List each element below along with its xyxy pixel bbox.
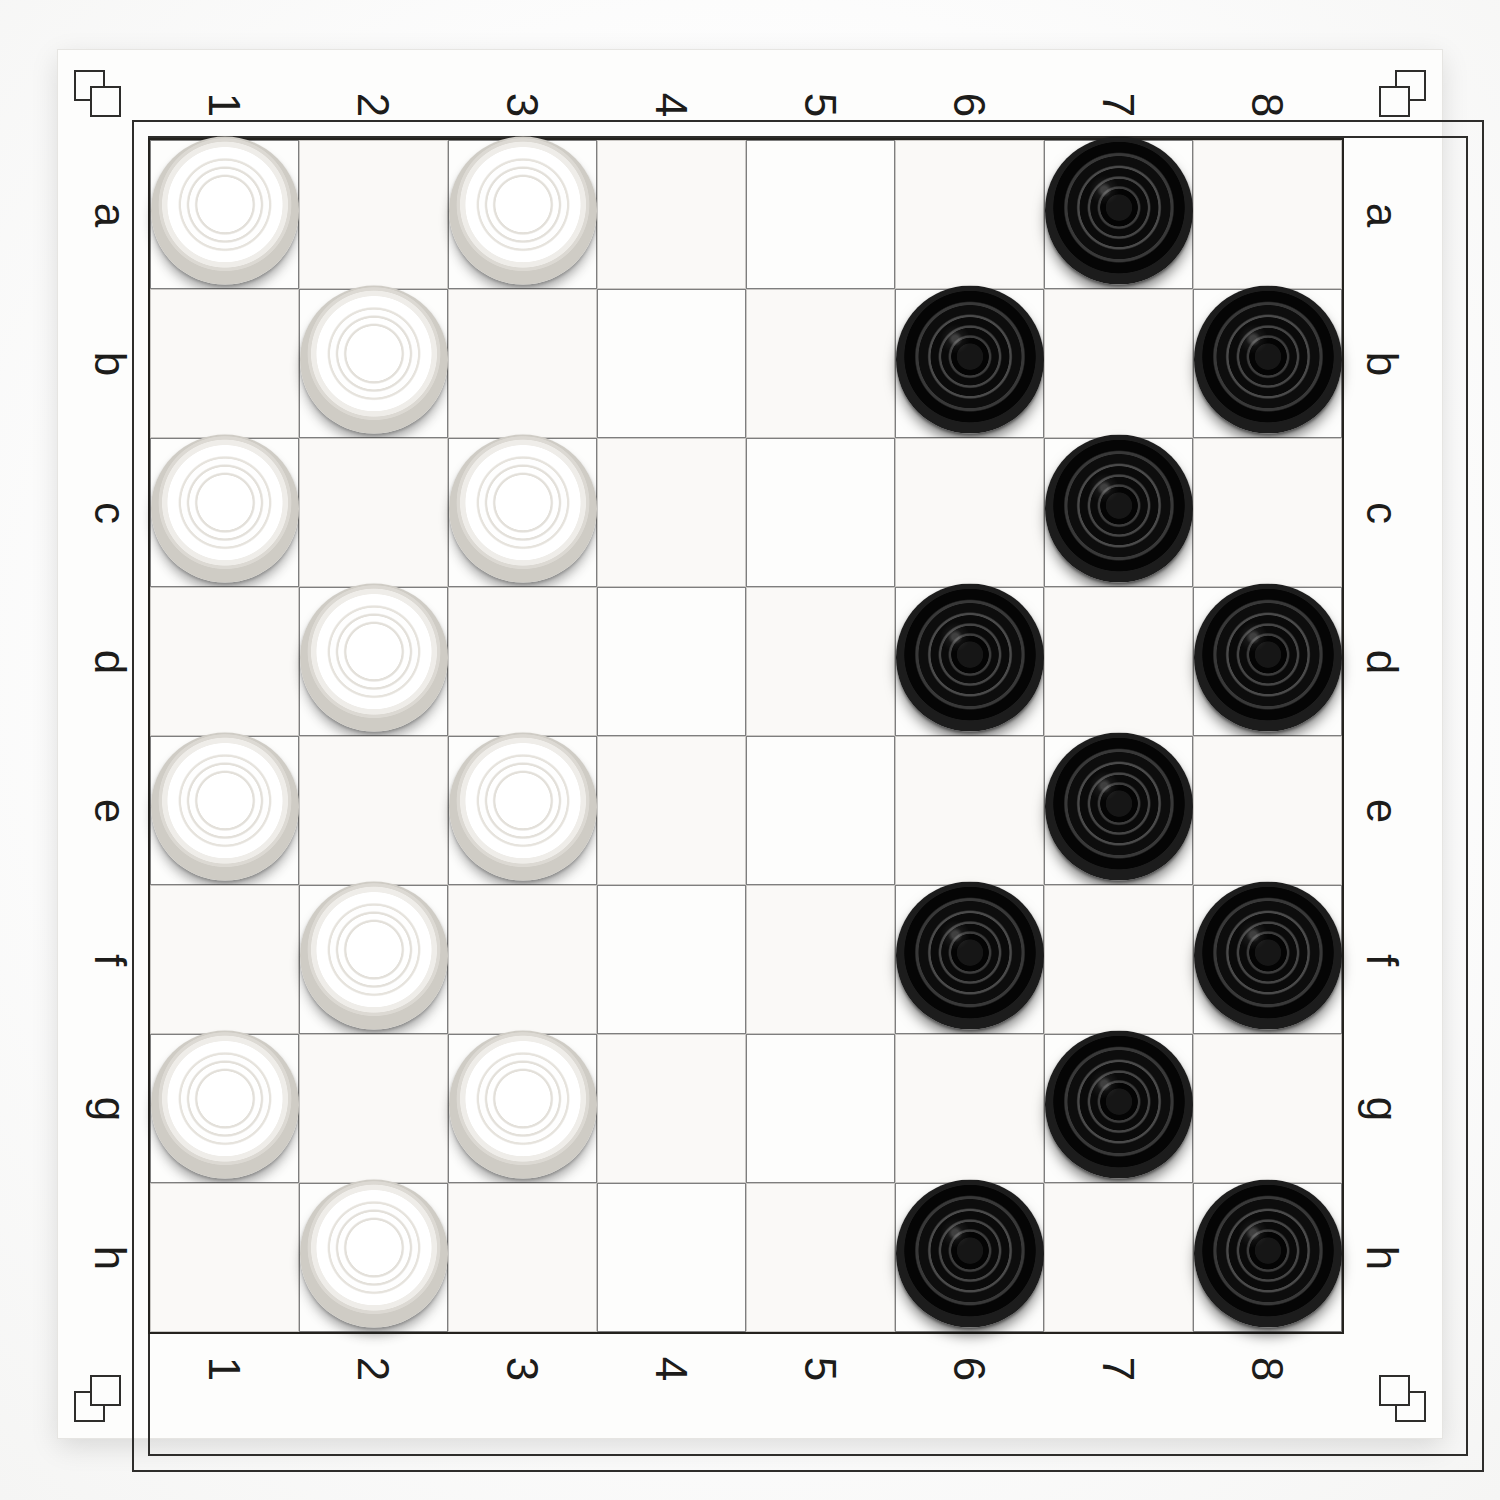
black-checker-g7[interactable] (1045, 1030, 1193, 1178)
col-label-bottom-8: 8 (1245, 1357, 1289, 1381)
col-label-top-8-cell: 8 (1193, 76, 1342, 134)
square-d5[interactable] (746, 587, 895, 736)
col-label-bottom-2: 2 (351, 1357, 395, 1381)
square-g1[interactable] (150, 1034, 299, 1183)
square-c1[interactable] (150, 438, 299, 587)
col-label-bottom-5-cell: 5 (746, 1340, 895, 1398)
col-label-top-6: 6 (947, 93, 991, 117)
square-f1[interactable] (150, 885, 299, 1034)
square-b6[interactable] (895, 289, 1044, 438)
row-labels-right: abcdefgh (1350, 140, 1414, 1332)
black-checker-e7[interactable] (1045, 732, 1193, 880)
white-checker-c1[interactable] (151, 434, 299, 582)
row-label-left-d: d (88, 649, 132, 673)
col-label-bottom-7: 7 (1096, 1357, 1140, 1381)
square-e5[interactable] (746, 736, 895, 885)
black-checker-d8[interactable] (1194, 583, 1342, 731)
col-label-top-3: 3 (500, 93, 544, 117)
col-label-top-3-cell: 3 (448, 76, 597, 134)
black-checker-h8[interactable] (1194, 1179, 1342, 1327)
col-label-top-6-cell: 6 (895, 76, 1044, 134)
square-g8[interactable] (1193, 1034, 1342, 1183)
black-checker-d6[interactable] (896, 583, 1044, 731)
col-label-bottom-6-cell: 6 (895, 1340, 1044, 1398)
row-label-right-e-cell: e (1350, 736, 1414, 885)
row-label-left-b: b (88, 351, 132, 375)
col-label-top-7: 7 (1096, 93, 1140, 117)
square-b7[interactable] (1044, 289, 1193, 438)
black-checker-b8[interactable] (1194, 285, 1342, 433)
square-d7[interactable] (1044, 587, 1193, 736)
square-a5[interactable] (746, 140, 895, 289)
corner-motif-square (1379, 86, 1410, 117)
row-label-left-e-cell: e (78, 736, 142, 885)
row-label-right-f-cell: f (1350, 885, 1414, 1034)
square-g6[interactable] (895, 1034, 1044, 1183)
row-label-left-c: c (88, 502, 132, 524)
row-label-left-a-cell: a (78, 140, 142, 289)
corner-motif-square (90, 86, 121, 117)
square-h3[interactable] (448, 1183, 597, 1332)
square-d4[interactable] (597, 587, 746, 736)
white-checker-g3[interactable] (449, 1030, 597, 1178)
row-labels-left: abcdefgh (78, 140, 142, 1332)
black-checker-a7[interactable] (1045, 136, 1193, 284)
square-c6[interactable] (895, 438, 1044, 587)
col-label-top-1: 1 (202, 93, 246, 117)
col-label-top-8: 8 (1245, 93, 1289, 117)
column-labels-bottom: 12345678 (150, 1340, 1342, 1398)
square-d6[interactable] (895, 587, 1044, 736)
row-label-left-g-cell: g (78, 1034, 142, 1183)
square-a3[interactable] (448, 140, 597, 289)
square-b5[interactable] (746, 289, 895, 438)
column-labels-top: 12345678 (150, 76, 1342, 134)
white-checker-c3[interactable] (449, 434, 597, 582)
corner-motif-square (90, 1375, 121, 1406)
white-checker-a3[interactable] (449, 136, 597, 284)
row-label-right-a: a (1360, 202, 1404, 226)
row-label-left-c-cell: c (78, 438, 142, 587)
row-label-right-c: c (1360, 502, 1404, 524)
black-checker-c7[interactable] (1045, 434, 1193, 582)
square-h4[interactable] (597, 1183, 746, 1332)
row-label-right-g-cell: g (1350, 1034, 1414, 1183)
row-label-left-f-cell: f (78, 885, 142, 1034)
square-f3[interactable] (448, 885, 597, 1034)
white-checker-b2[interactable] (300, 285, 448, 433)
row-label-right-b-cell: b (1350, 289, 1414, 438)
square-h5[interactable] (746, 1183, 895, 1332)
row-label-left-a: a (88, 202, 132, 226)
square-b8[interactable] (1193, 289, 1342, 438)
col-label-top-5-cell: 5 (746, 76, 895, 134)
col-label-top-2-cell: 2 (299, 76, 448, 134)
square-f5[interactable] (746, 885, 895, 1034)
square-b2[interactable] (299, 289, 448, 438)
row-label-left-h: h (88, 1245, 132, 1269)
square-a7[interactable] (1044, 140, 1193, 289)
square-c3[interactable] (448, 438, 597, 587)
square-d1[interactable] (150, 587, 299, 736)
col-label-bottom-1-cell: 1 (150, 1340, 299, 1398)
square-a1[interactable] (150, 140, 299, 289)
square-b4[interactable] (597, 289, 746, 438)
square-f4[interactable] (597, 885, 746, 1034)
square-c8[interactable] (1193, 438, 1342, 587)
col-label-bottom-2-cell: 2 (299, 1340, 448, 1398)
square-f7[interactable] (1044, 885, 1193, 1034)
col-label-bottom-8-cell: 8 (1193, 1340, 1342, 1398)
square-d8[interactable] (1193, 587, 1342, 736)
row-label-left-g: g (88, 1096, 132, 1120)
square-g3[interactable] (448, 1034, 597, 1183)
white-checker-h2[interactable] (300, 1179, 448, 1327)
row-label-right-h-cell: h (1350, 1183, 1414, 1332)
checkers-board (148, 138, 1344, 1334)
row-label-right-c-cell: c (1350, 438, 1414, 587)
col-label-top-7-cell: 7 (1044, 76, 1193, 134)
row-label-right-e: e (1360, 798, 1404, 822)
square-h6[interactable] (895, 1183, 1044, 1332)
col-label-top-2: 2 (351, 93, 395, 117)
white-checker-g1[interactable] (151, 1030, 299, 1178)
square-b3[interactable] (448, 289, 597, 438)
white-checker-d2[interactable] (300, 583, 448, 731)
col-label-bottom-4: 4 (649, 1357, 693, 1381)
square-g2[interactable] (299, 1034, 448, 1183)
col-label-bottom-5: 5 (798, 1357, 842, 1381)
col-label-bottom-3-cell: 3 (448, 1340, 597, 1398)
square-e7[interactable] (1044, 736, 1193, 885)
white-checker-a1[interactable] (151, 136, 299, 284)
square-e6[interactable] (895, 736, 1044, 885)
square-c7[interactable] (1044, 438, 1193, 587)
square-e1[interactable] (150, 736, 299, 885)
row-label-left-e: e (88, 798, 132, 822)
col-label-top-1-cell: 1 (150, 76, 299, 134)
white-checker-e3[interactable] (449, 732, 597, 880)
square-d3[interactable] (448, 587, 597, 736)
row-label-right-d: d (1360, 649, 1404, 673)
col-label-bottom-3: 3 (500, 1357, 544, 1381)
square-a6[interactable] (895, 140, 1044, 289)
black-checker-b6[interactable] (896, 285, 1044, 433)
corner-motif-square (1379, 1375, 1410, 1406)
square-g5[interactable] (746, 1034, 895, 1183)
black-checker-h6[interactable] (896, 1179, 1044, 1327)
square-a2[interactable] (299, 140, 448, 289)
square-h7[interactable] (1044, 1183, 1193, 1332)
square-h8[interactable] (1193, 1183, 1342, 1332)
square-d2[interactable] (299, 587, 448, 736)
black-checker-f8[interactable] (1194, 881, 1342, 1029)
square-f8[interactable] (1193, 885, 1342, 1034)
photo-background: 12345678 12345678 abcdefgh abcdefgh (0, 0, 1500, 1500)
col-label-bottom-7-cell: 7 (1044, 1340, 1193, 1398)
square-a8[interactable] (1193, 140, 1342, 289)
col-label-bottom-4-cell: 4 (597, 1340, 746, 1398)
col-label-bottom-1: 1 (202, 1357, 246, 1381)
square-h1[interactable] (150, 1183, 299, 1332)
square-e2[interactable] (299, 736, 448, 885)
row-label-right-h: h (1360, 1245, 1404, 1269)
col-label-bottom-6: 6 (947, 1357, 991, 1381)
square-a4[interactable] (597, 140, 746, 289)
white-checker-f2[interactable] (300, 881, 448, 1029)
row-label-left-d-cell: d (78, 587, 142, 736)
square-g4[interactable] (597, 1034, 746, 1183)
col-label-top-4-cell: 4 (597, 76, 746, 134)
square-f6[interactable] (895, 885, 1044, 1034)
row-label-left-f: f (88, 953, 132, 965)
square-e8[interactable] (1193, 736, 1342, 885)
row-label-left-h-cell: h (78, 1183, 142, 1332)
square-b1[interactable] (150, 289, 299, 438)
white-checker-e1[interactable] (151, 732, 299, 880)
row-label-right-b: b (1360, 351, 1404, 375)
square-c2[interactable] (299, 438, 448, 587)
col-label-top-4: 4 (649, 93, 693, 117)
square-h2[interactable] (299, 1183, 448, 1332)
row-label-right-g: g (1360, 1096, 1404, 1120)
row-label-left-b-cell: b (78, 289, 142, 438)
square-e3[interactable] (448, 736, 597, 885)
square-g7[interactable] (1044, 1034, 1193, 1183)
square-c5[interactable] (746, 438, 895, 587)
col-label-top-5: 5 (798, 93, 842, 117)
row-label-right-f: f (1360, 953, 1404, 965)
row-label-right-a-cell: a (1350, 140, 1414, 289)
square-f2[interactable] (299, 885, 448, 1034)
square-c4[interactable] (597, 438, 746, 587)
square-e4[interactable] (597, 736, 746, 885)
row-label-right-d-cell: d (1350, 587, 1414, 736)
black-checker-f6[interactable] (896, 881, 1044, 1029)
